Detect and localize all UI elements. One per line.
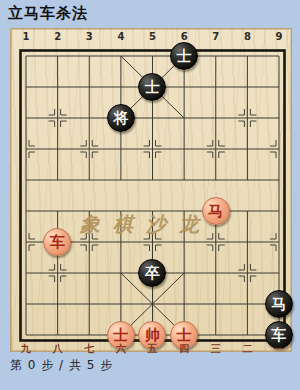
board-cell: 马 [263, 289, 295, 320]
board-cell: 马 [200, 196, 232, 227]
board-cell: 卒 [137, 258, 169, 289]
board-cell: 士 [137, 72, 169, 103]
rank-label: 一 [274, 342, 284, 356]
page-title: 立马车杀法 [8, 4, 88, 23]
board-cell: 士 [168, 41, 200, 72]
rank-label: 七 [84, 342, 94, 356]
xiangqi-board[interactable]: 123456789 象棋沙龙 士士将马车卒马车士帅士 九八七六五四三二一 [10, 28, 292, 352]
piece-red-马[interactable]: 马 [202, 197, 230, 225]
rank-label: 八 [53, 342, 63, 356]
rank-label: 六 [116, 342, 126, 356]
piece-black-马[interactable]: 马 [265, 290, 293, 318]
piece-black-士[interactable]: 士 [170, 42, 198, 70]
rank-label: 三 [211, 342, 221, 356]
piece-grid: 士士将马车卒马车士帅士 [10, 41, 295, 351]
rank-label: 二 [242, 342, 252, 356]
piece-red-车[interactable]: 车 [43, 228, 71, 256]
rank-label: 五 [148, 342, 158, 356]
board-cell: 将 [105, 103, 137, 134]
piece-black-卒[interactable]: 卒 [138, 259, 166, 287]
rank-label: 九 [21, 342, 31, 356]
piece-black-士[interactable]: 士 [138, 73, 166, 101]
rank-label: 四 [179, 342, 189, 356]
piece-black-将[interactable]: 将 [107, 104, 135, 132]
rank-labels: 九八七六五四三二一 [11, 342, 293, 354]
status-bar: 第 0 步 / 共 5 步 [10, 357, 113, 374]
board-cell: 车 [42, 227, 74, 258]
